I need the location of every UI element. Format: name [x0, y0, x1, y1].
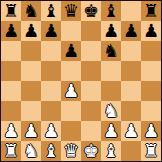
- square-a8[interactable]: ♜: [1, 1, 21, 21]
- square-h1[interactable]: ♜: [141, 141, 161, 161]
- square-d1[interactable]: ♛: [61, 141, 81, 161]
- chess-board: ♜♞♝♛♚♝♜♟♟♟♟♟♟♟♞♟♞♟♟♟♟♟♟♜♞♝♛♚♝♜: [0, 0, 162, 162]
- black-pawn[interactable]: ♟: [143, 21, 159, 41]
- square-f1[interactable]: ♝: [101, 141, 121, 161]
- square-h7[interactable]: ♟: [141, 21, 161, 41]
- square-d7[interactable]: [61, 21, 81, 41]
- square-f6[interactable]: ♞: [101, 41, 121, 61]
- square-c3[interactable]: [41, 101, 61, 121]
- square-b1[interactable]: ♞: [21, 141, 41, 161]
- square-f2[interactable]: ♟: [101, 121, 121, 141]
- square-e6[interactable]: [81, 41, 101, 61]
- square-f5[interactable]: [101, 61, 121, 81]
- square-e1[interactable]: ♚: [81, 141, 101, 161]
- square-b5[interactable]: [21, 61, 41, 81]
- white-bishop[interactable]: ♝: [43, 141, 59, 161]
- white-pawn[interactable]: ♟: [63, 81, 79, 101]
- square-h2[interactable]: ♟: [141, 121, 161, 141]
- square-c7[interactable]: ♟: [41, 21, 61, 41]
- square-h8[interactable]: ♜: [141, 1, 161, 21]
- square-e5[interactable]: [81, 61, 101, 81]
- square-a6[interactable]: [1, 41, 21, 61]
- square-g5[interactable]: [121, 61, 141, 81]
- square-g8[interactable]: [121, 1, 141, 21]
- square-d4[interactable]: ♟: [61, 81, 81, 101]
- square-c6[interactable]: [41, 41, 61, 61]
- square-d2[interactable]: [61, 121, 81, 141]
- white-pawn[interactable]: ♟: [143, 121, 159, 141]
- square-b3[interactable]: [21, 101, 41, 121]
- square-g3[interactable]: [121, 101, 141, 121]
- square-a4[interactable]: [1, 81, 21, 101]
- square-g7[interactable]: ♟: [121, 21, 141, 41]
- square-c2[interactable]: ♟: [41, 121, 61, 141]
- white-pawn[interactable]: ♟: [43, 121, 59, 141]
- square-a5[interactable]: [1, 61, 21, 81]
- square-c5[interactable]: [41, 61, 61, 81]
- black-bishop[interactable]: ♝: [103, 1, 119, 21]
- white-queen[interactable]: ♛: [63, 141, 79, 161]
- square-a2[interactable]: ♟: [1, 121, 21, 141]
- square-e7[interactable]: [81, 21, 101, 41]
- square-g1[interactable]: [121, 141, 141, 161]
- black-rook[interactable]: ♜: [143, 1, 159, 21]
- white-knight[interactable]: ♞: [103, 101, 119, 121]
- square-c1[interactable]: ♝: [41, 141, 61, 161]
- white-pawn[interactable]: ♟: [103, 121, 119, 141]
- black-pawn[interactable]: ♟: [123, 21, 139, 41]
- white-pawn[interactable]: ♟: [123, 121, 139, 141]
- square-b7[interactable]: ♟: [21, 21, 41, 41]
- black-knight[interactable]: ♞: [23, 1, 39, 21]
- white-rook[interactable]: ♜: [3, 141, 19, 161]
- square-b6[interactable]: [21, 41, 41, 61]
- square-b4[interactable]: [21, 81, 41, 101]
- black-knight[interactable]: ♞: [103, 41, 119, 61]
- square-g6[interactable]: [121, 41, 141, 61]
- square-a1[interactable]: ♜: [1, 141, 21, 161]
- white-pawn[interactable]: ♟: [23, 121, 39, 141]
- white-king[interactable]: ♚: [83, 141, 99, 161]
- square-g4[interactable]: [121, 81, 141, 101]
- white-bishop[interactable]: ♝: [103, 141, 119, 161]
- square-h5[interactable]: [141, 61, 161, 81]
- square-h6[interactable]: [141, 41, 161, 61]
- white-knight[interactable]: ♞: [23, 141, 39, 161]
- square-b2[interactable]: ♟: [21, 121, 41, 141]
- white-rook[interactable]: ♜: [143, 141, 159, 161]
- square-f4[interactable]: [101, 81, 121, 101]
- square-d3[interactable]: [61, 101, 81, 121]
- black-pawn[interactable]: ♟: [3, 21, 19, 41]
- square-d8[interactable]: ♛: [61, 1, 81, 21]
- black-pawn[interactable]: ♟: [103, 21, 119, 41]
- square-d6[interactable]: ♟: [61, 41, 81, 61]
- square-a3[interactable]: [1, 101, 21, 121]
- white-pawn[interactable]: ♟: [3, 121, 19, 141]
- square-b8[interactable]: ♞: [21, 1, 41, 21]
- black-bishop[interactable]: ♝: [43, 1, 59, 21]
- square-f7[interactable]: ♟: [101, 21, 121, 41]
- black-king[interactable]: ♚: [83, 1, 99, 21]
- square-h4[interactable]: [141, 81, 161, 101]
- square-c8[interactable]: ♝: [41, 1, 61, 21]
- black-pawn[interactable]: ♟: [63, 41, 79, 61]
- square-f8[interactable]: ♝: [101, 1, 121, 21]
- square-e2[interactable]: [81, 121, 101, 141]
- black-pawn[interactable]: ♟: [43, 21, 59, 41]
- square-e3[interactable]: [81, 101, 101, 121]
- black-pawn[interactable]: ♟: [23, 21, 39, 41]
- black-queen[interactable]: ♛: [63, 1, 79, 21]
- square-a7[interactable]: ♟: [1, 21, 21, 41]
- square-c4[interactable]: [41, 81, 61, 101]
- square-h3[interactable]: [141, 101, 161, 121]
- square-g2[interactable]: ♟: [121, 121, 141, 141]
- square-e4[interactable]: [81, 81, 101, 101]
- square-d5[interactable]: [61, 61, 81, 81]
- black-rook[interactable]: ♜: [3, 1, 19, 21]
- square-e8[interactable]: ♚: [81, 1, 101, 21]
- square-f3[interactable]: ♞: [101, 101, 121, 121]
